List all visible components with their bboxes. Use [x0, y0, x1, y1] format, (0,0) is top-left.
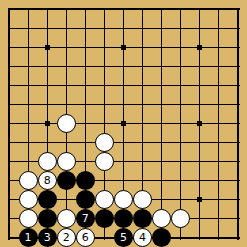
white-stone	[95, 190, 114, 209]
move-number-label: 7	[82, 213, 89, 224]
black-stone	[152, 228, 171, 247]
black-stone	[57, 171, 76, 190]
white-stone	[38, 152, 57, 171]
white-stone	[152, 209, 171, 228]
white-stone: 8	[38, 171, 57, 190]
black-stone	[133, 209, 152, 228]
black-stone: 7	[76, 209, 95, 228]
white-stone: 4	[133, 228, 152, 247]
white-stone	[171, 209, 190, 228]
move-number-label: 2	[63, 232, 70, 243]
black-stone	[76, 171, 95, 190]
black-stone	[76, 190, 95, 209]
go-board: 87132654	[0, 0, 247, 247]
white-stone	[95, 152, 114, 171]
white-stone	[19, 171, 38, 190]
black-stone	[38, 190, 57, 209]
white-stone	[19, 190, 38, 209]
white-stone: 2	[57, 228, 76, 247]
white-stone: 6	[76, 228, 95, 247]
move-number-label: 6	[82, 232, 89, 243]
move-number-label: 1	[25, 232, 32, 243]
white-stone	[19, 209, 38, 228]
move-number-label: 5	[120, 232, 127, 243]
black-stone: 1	[19, 228, 38, 247]
black-stone: 3	[38, 228, 57, 247]
white-stone	[57, 114, 76, 133]
move-number-label: 8	[44, 175, 51, 186]
white-stone	[114, 190, 133, 209]
black-stone	[38, 209, 57, 228]
white-stone	[57, 209, 76, 228]
black-stone	[114, 209, 133, 228]
move-number-label: 3	[44, 232, 51, 243]
move-number-label: 4	[139, 232, 146, 243]
stones-layer: 87132654	[0, 0, 247, 247]
black-stone: 5	[114, 228, 133, 247]
white-stone	[95, 133, 114, 152]
black-stone	[95, 209, 114, 228]
white-stone	[133, 190, 152, 209]
white-stone	[57, 152, 76, 171]
